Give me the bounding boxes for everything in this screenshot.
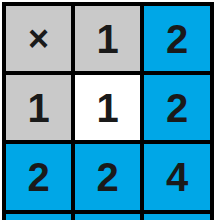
cell-product-2x1: 2: [75, 144, 140, 210]
partial-row-cell: [75, 214, 140, 220]
multiplication-grid: × 1 2 1 1 2 2 2 4: [2, 2, 214, 214]
cell-product-1x1: 1: [75, 75, 140, 140]
cell-product-1x2: 2: [144, 75, 210, 140]
cell-row-header-2: 2: [6, 144, 71, 210]
cell-col-header-2: 2: [144, 6, 210, 71]
cell-operator-times: ×: [6, 6, 71, 71]
cell-col-header-1: 1: [75, 6, 140, 71]
partial-row-cell: [144, 214, 210, 220]
cell-product-2x2: 4: [144, 144, 210, 210]
partial-next-row: [2, 214, 214, 220]
partial-row-cell: [6, 214, 71, 220]
cell-row-header-1: 1: [6, 75, 71, 140]
